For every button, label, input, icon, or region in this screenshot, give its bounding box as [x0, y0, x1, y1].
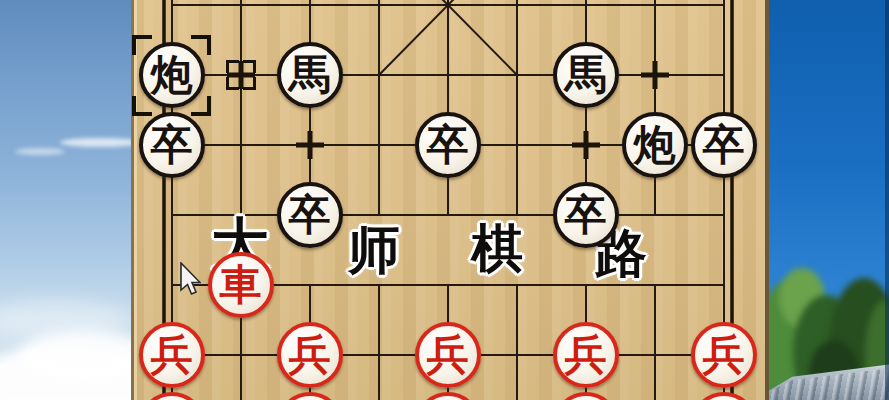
from-marker-corner-icon [226, 77, 239, 90]
video-frame-edge [885, 0, 889, 400]
red-soldier-piece[interactable]: 兵 [691, 322, 757, 388]
black-horse-piece[interactable]: 馬 [277, 42, 343, 108]
red-piece-partially-visible[interactable] [691, 392, 757, 400]
red-chariot-piece[interactable]: 車 [208, 252, 274, 318]
mouse-cursor-icon [177, 262, 201, 296]
sky-background-right [769, 0, 889, 400]
xiangqi-board[interactable]: 大 师 棋 路 炮馬馬卒卒炮卒卒卒車兵兵兵兵兵 [131, 0, 769, 400]
from-marker-corner-icon [243, 77, 256, 90]
black-soldier-piece[interactable]: 卒 [415, 112, 481, 178]
selection-bracket-icon [191, 35, 211, 55]
last-move-from-marker [226, 60, 256, 90]
red-piece-partially-visible[interactable] [139, 392, 205, 400]
from-marker-corner-icon [243, 60, 256, 73]
black-cannon-piece[interactable]: 炮 [622, 112, 688, 178]
from-marker-corner-icon [226, 60, 239, 73]
cloud [60, 138, 140, 147]
red-soldier-piece[interactable]: 兵 [553, 322, 619, 388]
red-soldier-piece[interactable]: 兵 [139, 322, 205, 388]
selection-bracket-icon [191, 96, 211, 116]
sky-background-left [0, 0, 131, 400]
selection-bracket-icon [132, 35, 152, 55]
black-soldier-piece[interactable]: 卒 [139, 112, 205, 178]
red-piece-partially-visible[interactable] [277, 392, 343, 400]
xiangqi-video-frame: 大 师 棋 路 炮馬馬卒卒炮卒卒卒車兵兵兵兵兵 [0, 0, 889, 400]
cloud [15, 148, 65, 155]
black-soldier-piece[interactable]: 卒 [277, 182, 343, 248]
red-soldier-piece[interactable]: 兵 [415, 322, 481, 388]
red-soldier-piece[interactable]: 兵 [277, 322, 343, 388]
red-piece-partially-visible[interactable] [553, 392, 619, 400]
selection-bracket-icon [132, 96, 152, 116]
black-soldier-piece[interactable]: 卒 [691, 112, 757, 178]
black-horse-piece[interactable]: 馬 [553, 42, 619, 108]
red-piece-partially-visible[interactable] [415, 392, 481, 400]
pieces-layer: 炮馬馬卒卒炮卒卒卒車兵兵兵兵兵 [137, 0, 758, 400]
black-soldier-piece[interactable]: 卒 [553, 182, 619, 248]
